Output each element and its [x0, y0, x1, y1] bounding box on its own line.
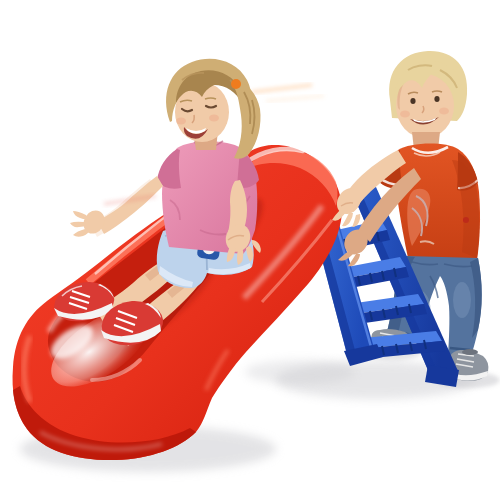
scene-illustration [0, 0, 500, 500]
hair-tie [231, 79, 241, 89]
boy-face [396, 74, 454, 138]
product-photo [0, 0, 500, 500]
